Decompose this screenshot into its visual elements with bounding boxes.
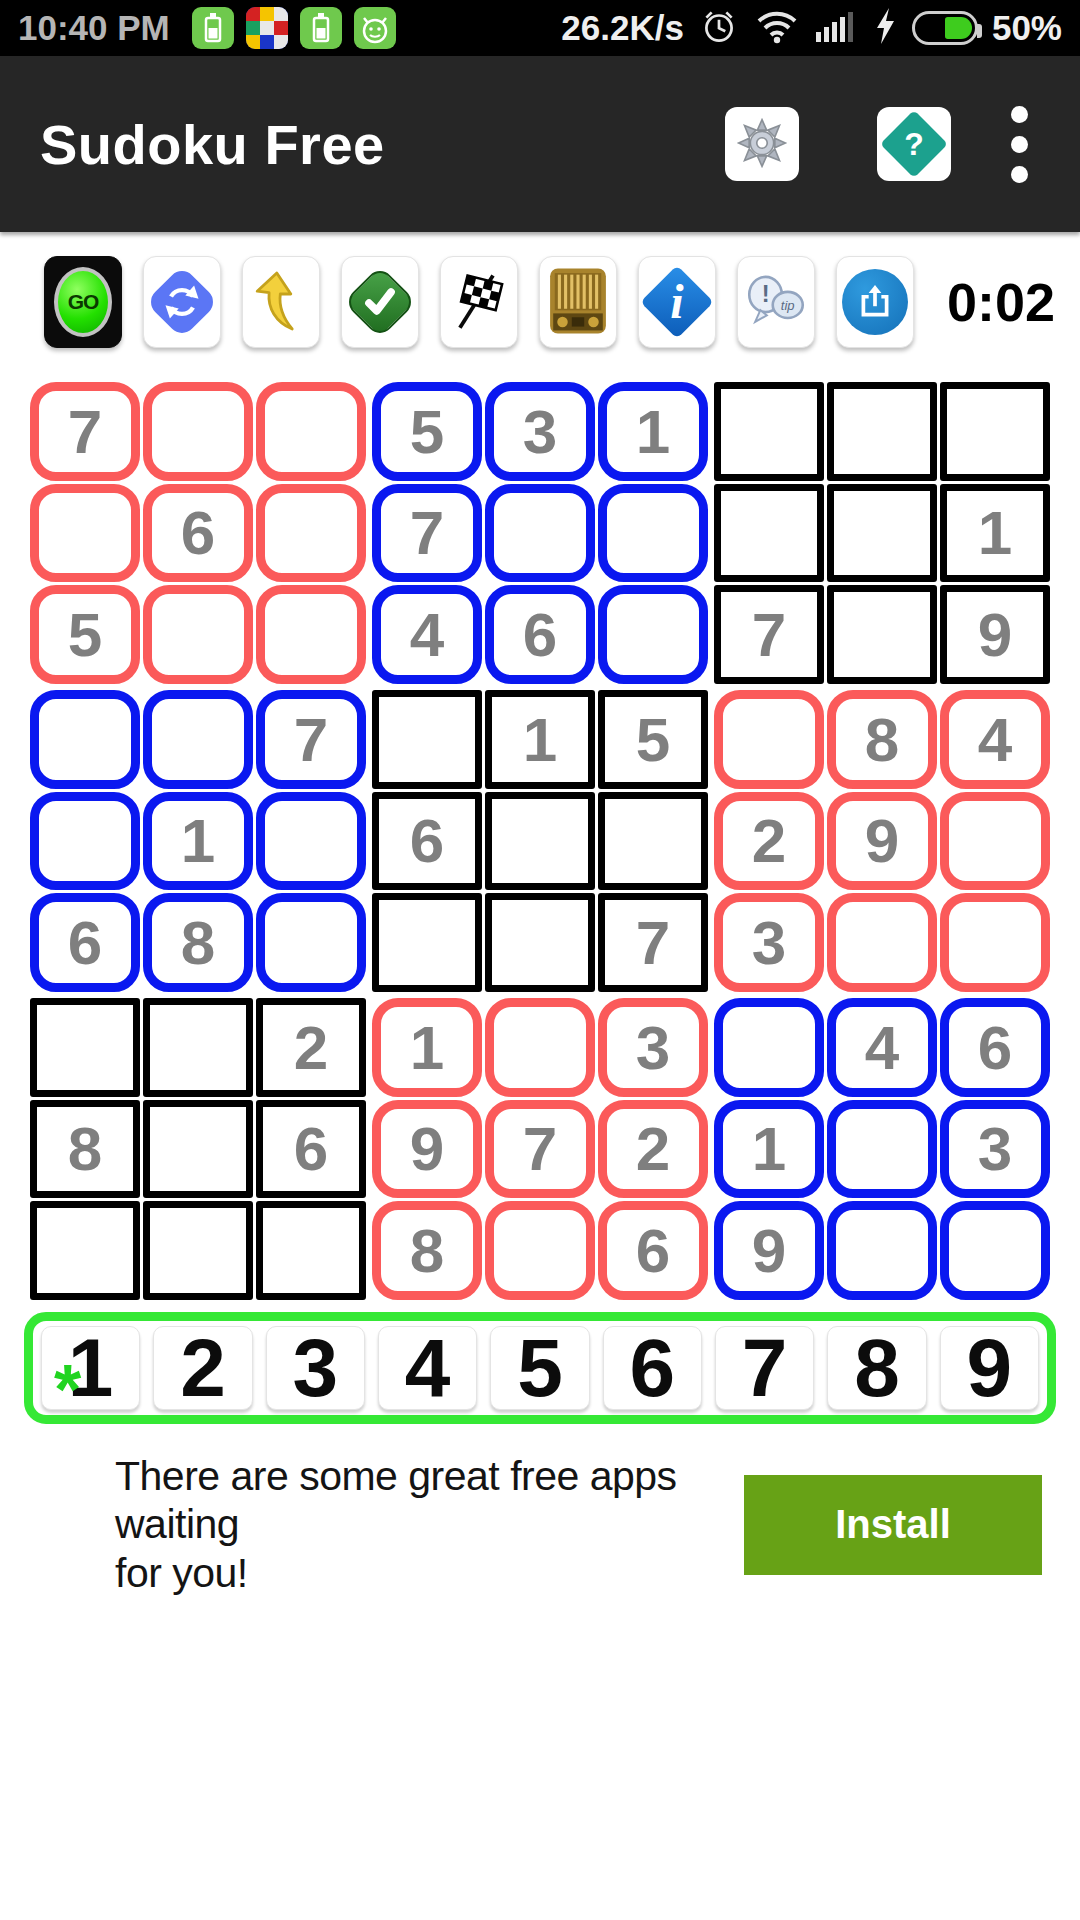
cell-r1c4[interactable]: 5 (372, 382, 482, 481)
cell-r1c3[interactable] (256, 382, 366, 481)
cell-r4c1[interactable] (30, 690, 140, 789)
alarm-icon (698, 5, 740, 51)
info-i-glyph: i (670, 278, 683, 326)
numpad-key-8[interactable]: 8 (827, 1326, 926, 1410)
ad-banner: There are some great free apps waiting f… (0, 1452, 1080, 1597)
cell-r8c6[interactable]: 2 (598, 1100, 708, 1199)
numpad-digit: 5 (517, 1327, 563, 1409)
clock: 10:40 PM (18, 8, 170, 48)
battery-app-icon (192, 7, 234, 49)
cell-r7c7[interactable] (714, 998, 824, 1097)
ad-text-line1: There are some great free apps waiting (115, 1452, 715, 1549)
cell-r8c3[interactable]: 6 (256, 1100, 366, 1199)
tip-bubbles-icon: !tip (746, 274, 806, 331)
box-1-3: 179 (714, 382, 1050, 684)
box-3-1: 286 (30, 998, 366, 1300)
cell-r5c9[interactable] (940, 792, 1050, 891)
numpad-digit: 7 (742, 1327, 788, 1409)
tips-button[interactable]: !tip (737, 256, 815, 348)
cell-digit: 8 (181, 907, 215, 978)
help-button[interactable]: ? (877, 107, 951, 181)
cell-r3c6[interactable] (598, 585, 708, 684)
sudoku-board: 7655317461797168156784293286139728646139 (30, 382, 1050, 1300)
numpad-digit: 6 (630, 1327, 676, 1409)
share-icon (842, 269, 908, 335)
network-speed: 26.2K/s (561, 8, 684, 48)
number-pad: 1*23456789 (24, 1312, 1056, 1424)
undo-icon (253, 270, 309, 335)
cell-r7c3[interactable]: 2 (256, 998, 366, 1097)
cell-r1c5[interactable]: 3 (485, 382, 595, 481)
screen: 10:40 PM 26.2K/s (0, 0, 1080, 1920)
cell-digit: 3 (752, 907, 786, 978)
help-question-glyph: ? (904, 126, 924, 163)
cell-r3c3[interactable] (256, 585, 366, 684)
cell-r4c7[interactable] (714, 690, 824, 789)
numpad-key-6[interactable]: 6 (603, 1326, 702, 1410)
overflow-dot (1011, 136, 1028, 153)
cell-digit: 6 (978, 1012, 1012, 1083)
cell-digit: 7 (523, 1113, 557, 1184)
cell-digit: 6 (68, 907, 102, 978)
cell-r9c9[interactable] (940, 1201, 1050, 1300)
cell-r5c6[interactable] (598, 792, 708, 891)
cell-r4c8[interactable]: 8 (827, 690, 937, 789)
ad-text-line2: for you! (115, 1549, 715, 1597)
cell-digit: 5 (636, 704, 670, 775)
cell-r4c3[interactable]: 7 (256, 690, 366, 789)
settings-button[interactable] (725, 107, 799, 181)
cell-r2c1[interactable] (30, 484, 140, 583)
cell-r5c7[interactable]: 2 (714, 792, 824, 891)
cell-digit: 2 (636, 1113, 670, 1184)
numpad-key-5[interactable]: 5 (490, 1326, 589, 1410)
cell-digit: 7 (410, 497, 444, 568)
cell-r8c9[interactable]: 3 (940, 1100, 1050, 1199)
go-button[interactable]: GO (44, 256, 122, 348)
cell-digit: 1 (978, 497, 1012, 568)
cell-r8c1[interactable]: 8 (30, 1100, 140, 1199)
cell-r8c7[interactable]: 1 (714, 1100, 824, 1199)
cell-digit: 8 (865, 704, 899, 775)
cell-r2c3[interactable] (256, 484, 366, 583)
cell-r9c7[interactable]: 9 (714, 1201, 824, 1300)
cell-r8c8[interactable] (827, 1100, 937, 1199)
cell-r6c3[interactable] (256, 893, 366, 992)
cell-r2c4[interactable]: 7 (372, 484, 482, 583)
cell-r5c5[interactable] (485, 792, 595, 891)
box-1-1: 765 (30, 382, 366, 684)
cell-r2c8[interactable] (827, 484, 937, 583)
share-button[interactable] (836, 256, 914, 348)
box-2-3: 84293 (714, 690, 1050, 992)
cell-r7c5[interactable] (485, 998, 595, 1097)
cell-digit: 6 (181, 497, 215, 568)
cell-digit: 1 (181, 805, 215, 876)
cell-digit: 6 (523, 599, 557, 670)
cell-digit: 2 (752, 805, 786, 876)
cell-r9c3[interactable] (256, 1201, 366, 1300)
timer: 0:02 (947, 271, 1055, 333)
cell-digit: 7 (68, 396, 102, 467)
cell-digit: 1 (410, 1012, 444, 1083)
cell-r2c9[interactable]: 1 (940, 484, 1050, 583)
go-icon: GO (54, 267, 112, 337)
cell-r9c4[interactable]: 8 (372, 1201, 482, 1300)
cell-r6c9[interactable] (940, 893, 1050, 992)
cell-digit: 9 (978, 599, 1012, 670)
cell-digit: 9 (752, 1215, 786, 1286)
cell-digit: 1 (636, 396, 670, 467)
box-2-2: 1567 (372, 690, 708, 992)
cell-r8c2[interactable] (143, 1100, 253, 1199)
app-bar: Sudoku Free ? (0, 56, 1080, 232)
cell-r7c1[interactable] (30, 998, 140, 1097)
numpad-key-1[interactable]: 1* (41, 1326, 140, 1410)
cell-r3c1[interactable]: 5 (30, 585, 140, 684)
cell-r7c4[interactable]: 1 (372, 998, 482, 1097)
cell-digit: 5 (410, 396, 444, 467)
box-2-1: 7168 (30, 690, 366, 992)
go-label: GO (68, 290, 99, 314)
box-3-2: 1397286 (372, 998, 708, 1300)
checkered-flag-icon (451, 271, 507, 334)
signal-icon (814, 8, 858, 48)
tip-exclamation: ! (762, 281, 770, 307)
cell-r3c7[interactable]: 7 (714, 585, 824, 684)
cell-r6c6[interactable]: 7 (598, 893, 708, 992)
cell-r9c5[interactable] (485, 1201, 595, 1300)
overflow-dot (1011, 106, 1028, 123)
numpad-digit: 2 (180, 1327, 226, 1409)
cell-r3c8[interactable] (827, 585, 937, 684)
cell-digit: 7 (294, 704, 328, 775)
validate-button[interactable] (341, 256, 419, 348)
cell-digit: 3 (636, 1012, 670, 1083)
cell-r4c6[interactable]: 5 (598, 690, 708, 789)
overflow-dot (1011, 166, 1028, 183)
cell-digit: 1 (752, 1113, 786, 1184)
cell-digit: 6 (410, 805, 444, 876)
cell-digit: 5 (68, 599, 102, 670)
cell-r3c9[interactable]: 9 (940, 585, 1050, 684)
cell-digit: 7 (752, 599, 786, 670)
cell-r9c1[interactable] (30, 1201, 140, 1300)
cell-r1c7[interactable] (714, 382, 824, 481)
cell-r6c4[interactable] (372, 893, 482, 992)
numpad-digit: 3 (293, 1327, 339, 1409)
box-3-3: 46139 (714, 998, 1050, 1300)
cell-r8c4[interactable]: 9 (372, 1100, 482, 1199)
cell-r5c3[interactable] (256, 792, 366, 891)
cell-digit: 9 (410, 1113, 444, 1184)
cell-digit: 4 (410, 599, 444, 670)
cell-digit: 6 (294, 1113, 328, 1184)
toolbar: GO (44, 256, 1080, 348)
cell-r6c1[interactable]: 6 (30, 893, 140, 992)
page-title: Sudoku Free (40, 112, 385, 177)
cell-r6c5[interactable] (485, 893, 595, 992)
cell-digit: 3 (978, 1113, 1012, 1184)
cell-r4c5[interactable]: 1 (485, 690, 595, 789)
numpad-key-9[interactable]: 9 (940, 1326, 1039, 1410)
cell-r3c4[interactable]: 4 (372, 585, 482, 684)
cell-r5c8[interactable]: 9 (827, 792, 937, 891)
cell-r5c2[interactable]: 1 (143, 792, 253, 891)
numpad-digit: 9 (966, 1327, 1012, 1409)
tip-label: tip (781, 298, 795, 313)
numpad-key-3[interactable]: 3 (266, 1326, 365, 1410)
cell-r1c2[interactable] (143, 382, 253, 481)
battery-pill (912, 11, 978, 45)
cell-r4c9[interactable]: 4 (940, 690, 1050, 789)
radio-button[interactable] (539, 256, 617, 348)
wifi-icon (754, 7, 800, 49)
ad-text: There are some great free apps waiting f… (115, 1452, 715, 1597)
radio-icon (547, 266, 609, 339)
cell-digit: 2 (294, 1012, 328, 1083)
cell-r5c4[interactable]: 6 (372, 792, 482, 891)
android-face-icon (354, 7, 396, 49)
numpad-key-4[interactable]: 4 (378, 1326, 477, 1410)
puzzle-app-icon (246, 7, 288, 49)
cell-r7c2[interactable] (143, 998, 253, 1097)
cell-r1c6[interactable]: 1 (598, 382, 708, 481)
battery-app-icon (300, 7, 342, 49)
numpad-digit: 4 (405, 1327, 451, 1409)
cell-r4c4[interactable] (372, 690, 482, 789)
cell-digit: 4 (978, 704, 1012, 775)
cell-r5c1[interactable] (30, 792, 140, 891)
cell-r9c6[interactable]: 6 (598, 1201, 708, 1300)
selected-key-asterisk: * (54, 1355, 81, 1425)
cell-digit: 1 (523, 704, 557, 775)
box-1-2: 531746 (372, 382, 708, 684)
install-button[interactable]: Install (744, 1475, 1042, 1575)
cell-digit: 9 (865, 805, 899, 876)
cell-r4c2[interactable] (143, 690, 253, 789)
cell-r2c6[interactable] (598, 484, 708, 583)
cell-r1c1[interactable]: 7 (30, 382, 140, 481)
numpad-key-7[interactable]: 7 (715, 1326, 814, 1410)
cell-r1c8[interactable] (827, 382, 937, 481)
cell-digit: 7 (636, 907, 670, 978)
cell-r6c2[interactable]: 8 (143, 893, 253, 992)
restart-button[interactable] (143, 256, 221, 348)
cell-digit: 4 (865, 1012, 899, 1083)
cell-r6c8[interactable] (827, 893, 937, 992)
cell-r3c2[interactable] (143, 585, 253, 684)
cell-r2c2[interactable]: 6 (143, 484, 253, 583)
cell-r1c9[interactable] (940, 382, 1050, 481)
cell-digit: 6 (636, 1215, 670, 1286)
battery-percent: 50% (992, 8, 1062, 48)
cell-digit: 3 (523, 396, 557, 467)
battery-fill (945, 17, 972, 39)
numpad-key-2[interactable]: 2 (153, 1326, 252, 1410)
cell-r7c6[interactable]: 3 (598, 998, 708, 1097)
cell-r7c9[interactable]: 6 (940, 998, 1050, 1097)
status-bar: 10:40 PM 26.2K/s (0, 0, 1080, 56)
cell-r8c5[interactable]: 7 (485, 1100, 595, 1199)
cell-r9c8[interactable] (827, 1201, 937, 1300)
finish-flag-button[interactable] (440, 256, 518, 348)
cell-r2c7[interactable] (714, 484, 824, 583)
cell-r7c8[interactable]: 4 (827, 998, 937, 1097)
cell-r6c7[interactable]: 3 (714, 893, 824, 992)
cell-r9c2[interactable] (143, 1201, 253, 1300)
cell-r3c5[interactable]: 6 (485, 585, 595, 684)
cell-digit: 8 (68, 1113, 102, 1184)
cell-digit: 8 (410, 1215, 444, 1286)
numpad-digit: 8 (854, 1327, 900, 1409)
charging-bolt-icon (872, 7, 898, 49)
undo-button[interactable] (242, 256, 320, 348)
settings-icon (734, 115, 790, 174)
cell-r2c5[interactable] (485, 484, 595, 583)
overflow-menu-button[interactable] (1011, 106, 1028, 183)
info-button[interactable]: i (638, 256, 716, 348)
